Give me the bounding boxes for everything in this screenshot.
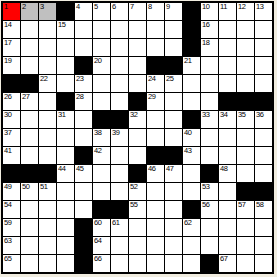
cell-r9c13[interactable] bbox=[219, 147, 236, 164]
cell-r6c6[interactable] bbox=[93, 93, 110, 110]
cell-r3c15[interactable] bbox=[255, 39, 272, 56]
clue-number: 58 bbox=[256, 201, 264, 209]
cell-r4c7[interactable] bbox=[111, 57, 128, 74]
cell-r4c6[interactable]: 20 bbox=[93, 57, 110, 74]
cell-r11c9[interactable] bbox=[147, 183, 164, 200]
cell-r2c3[interactable] bbox=[39, 21, 56, 38]
cell-r11c2[interactable]: 50 bbox=[21, 183, 38, 200]
clue-number: 60 bbox=[94, 219, 102, 227]
cell-r11c11[interactable] bbox=[183, 183, 200, 200]
cell-r1c14[interactable]: 12 bbox=[237, 3, 254, 20]
clue-number: 24 bbox=[148, 75, 156, 83]
cell-r1c13[interactable]: 11 bbox=[219, 3, 236, 20]
cell-r12c1[interactable]: 54 bbox=[3, 201, 20, 218]
clue-number: 44 bbox=[58, 165, 66, 173]
crossword-page: 1234567891011121314151617181920212223242… bbox=[0, 0, 277, 277]
clue-number: 22 bbox=[40, 75, 48, 83]
cell-r2c12[interactable]: 16 bbox=[201, 21, 218, 38]
clue-number: 38 bbox=[94, 129, 102, 137]
clue-number: 4 bbox=[76, 3, 80, 11]
cell-r11c7[interactable] bbox=[111, 183, 128, 200]
cell-r1c1[interactable]: 1 bbox=[3, 3, 20, 20]
clue-number: 43 bbox=[184, 147, 192, 155]
cell-r5c15[interactable] bbox=[255, 75, 272, 92]
cell-r8c5[interactable] bbox=[75, 129, 92, 146]
block-cell-r2c11 bbox=[183, 21, 200, 38]
clue-number: 35 bbox=[238, 111, 246, 119]
cell-r3c4[interactable] bbox=[57, 39, 74, 56]
cell-r15c10[interactable] bbox=[165, 255, 182, 272]
cell-r7c15[interactable]: 36 bbox=[255, 111, 272, 128]
cell-r2c8[interactable] bbox=[129, 21, 146, 38]
cell-r9c3[interactable] bbox=[39, 147, 56, 164]
cell-r10c15[interactable] bbox=[255, 165, 272, 182]
clue-number: 61 bbox=[112, 219, 120, 227]
cell-r8c9[interactable] bbox=[147, 129, 164, 146]
cell-r6c12[interactable] bbox=[201, 93, 218, 110]
cell-r2c13[interactable] bbox=[219, 21, 236, 38]
cell-r7c2[interactable] bbox=[21, 111, 38, 128]
block-cell-r7c7 bbox=[111, 111, 128, 128]
cell-r4c4[interactable] bbox=[57, 57, 74, 74]
cell-r13c7[interactable]: 61 bbox=[111, 219, 128, 236]
cell-r5c8[interactable] bbox=[129, 75, 146, 92]
block-cell-r10c1 bbox=[3, 165, 20, 182]
cell-r8c4[interactable] bbox=[57, 129, 74, 146]
clue-number: 59 bbox=[4, 219, 12, 227]
cell-r15c2[interactable] bbox=[21, 255, 38, 272]
cell-r10c10[interactable]: 47 bbox=[165, 165, 182, 182]
cell-r15c4[interactable] bbox=[57, 255, 74, 272]
cell-r14c8[interactable] bbox=[129, 237, 146, 254]
block-cell-r4c10 bbox=[165, 57, 182, 74]
cell-r11c4[interactable] bbox=[57, 183, 74, 200]
cell-r4c13[interactable] bbox=[219, 57, 236, 74]
block-cell-r10c2 bbox=[21, 165, 38, 182]
clue-number: 65 bbox=[4, 255, 12, 263]
cell-r7c9[interactable] bbox=[147, 111, 164, 128]
clue-number: 23 bbox=[76, 75, 84, 83]
cell-r12c5[interactable] bbox=[75, 201, 92, 218]
clue-number: 33 bbox=[202, 111, 210, 119]
cell-r8c6[interactable]: 38 bbox=[93, 129, 110, 146]
block-cell-r6c14 bbox=[237, 93, 254, 110]
cell-r14c6[interactable]: 64 bbox=[93, 237, 110, 254]
clue-number: 46 bbox=[148, 165, 156, 173]
clue-number: 26 bbox=[4, 93, 12, 101]
cell-r13c12[interactable] bbox=[201, 219, 218, 236]
block-cell-r12c6 bbox=[93, 201, 110, 218]
cell-r4c8[interactable] bbox=[129, 57, 146, 74]
cell-r6c9[interactable]: 29 bbox=[147, 93, 164, 110]
block-cell-r1c11 bbox=[183, 3, 200, 20]
clue-number: 51 bbox=[40, 183, 48, 191]
cell-r2c5[interactable] bbox=[75, 21, 92, 38]
cell-r7c14[interactable]: 35 bbox=[237, 111, 254, 128]
block-cell-r11c14 bbox=[237, 183, 254, 200]
cell-r11c5[interactable] bbox=[75, 183, 92, 200]
cell-r8c2[interactable] bbox=[21, 129, 38, 146]
clue-number: 53 bbox=[202, 183, 210, 191]
clue-number: 48 bbox=[220, 165, 228, 173]
cell-r3c1[interactable]: 17 bbox=[3, 39, 20, 56]
cell-r12c8[interactable]: 55 bbox=[129, 201, 146, 218]
cell-r2c7[interactable] bbox=[111, 21, 128, 38]
cell-r2c2[interactable] bbox=[21, 21, 38, 38]
block-cell-r12c7 bbox=[111, 201, 128, 218]
cell-r12c12[interactable]: 56 bbox=[201, 201, 218, 218]
cell-r8c10[interactable] bbox=[165, 129, 182, 146]
block-cell-r15c5 bbox=[75, 255, 92, 272]
cell-r13c2[interactable] bbox=[21, 219, 38, 236]
cell-r5c9[interactable]: 24 bbox=[147, 75, 164, 92]
clue-number: 17 bbox=[4, 39, 12, 47]
clue-number: 1 bbox=[4, 3, 8, 11]
clue-number: 47 bbox=[166, 165, 174, 173]
block-cell-r10c12 bbox=[201, 165, 218, 182]
cell-r9c12[interactable] bbox=[201, 147, 218, 164]
cell-r5c14[interactable] bbox=[237, 75, 254, 92]
block-cell-r6c13 bbox=[219, 93, 236, 110]
clue-number: 37 bbox=[4, 129, 12, 137]
cell-r4c14[interactable] bbox=[237, 57, 254, 74]
cell-r14c9[interactable] bbox=[147, 237, 164, 254]
cell-r8c11[interactable]: 40 bbox=[183, 129, 200, 146]
cell-r4c12[interactable] bbox=[201, 57, 218, 74]
cell-r9c11[interactable]: 43 bbox=[183, 147, 200, 164]
clue-number: 13 bbox=[256, 3, 264, 11]
clue-number: 40 bbox=[184, 129, 192, 137]
clue-number: 56 bbox=[202, 201, 210, 209]
cell-r1c7[interactable]: 6 bbox=[111, 3, 128, 20]
cell-r9c8[interactable] bbox=[129, 147, 146, 164]
block-cell-r1c4 bbox=[57, 3, 74, 20]
cell-r3c2[interactable] bbox=[21, 39, 38, 56]
cell-r11c8[interactable]: 52 bbox=[129, 183, 146, 200]
cell-r14c10[interactable] bbox=[165, 237, 182, 254]
cell-r10c5[interactable]: 45 bbox=[75, 165, 92, 182]
cell-r4c3[interactable] bbox=[39, 57, 56, 74]
cell-r14c7[interactable] bbox=[111, 237, 128, 254]
cell-r5c5[interactable]: 23 bbox=[75, 75, 92, 92]
block-cell-r9c5 bbox=[75, 147, 92, 164]
cell-r7c10[interactable] bbox=[165, 111, 182, 128]
cell-r1c8[interactable]: 7 bbox=[129, 3, 146, 20]
cell-r4c11[interactable]: 21 bbox=[183, 57, 200, 74]
cell-r14c11[interactable] bbox=[183, 237, 200, 254]
clue-number: 18 bbox=[202, 39, 210, 47]
clue-number: 9 bbox=[166, 3, 170, 11]
cell-r12c4[interactable] bbox=[57, 201, 74, 218]
block-cell-r6c15 bbox=[255, 93, 272, 110]
clue-number: 66 bbox=[94, 255, 102, 263]
clue-number: 27 bbox=[22, 93, 30, 101]
cell-r2c10[interactable] bbox=[165, 21, 182, 38]
cell-r5c13[interactable] bbox=[219, 75, 236, 92]
cell-r14c2[interactable] bbox=[21, 237, 38, 254]
cell-r11c13[interactable] bbox=[219, 183, 236, 200]
cell-r13c10[interactable] bbox=[165, 219, 182, 236]
clue-number: 2 bbox=[22, 3, 26, 11]
block-cell-r15c12 bbox=[201, 255, 218, 272]
clue-number: 42 bbox=[94, 147, 102, 155]
cell-r6c11[interactable] bbox=[183, 93, 200, 110]
cell-r3c7[interactable] bbox=[111, 39, 128, 56]
block-cell-r14c5 bbox=[75, 237, 92, 254]
cell-r6c10[interactable] bbox=[165, 93, 182, 110]
block-cell-r4c9 bbox=[147, 57, 164, 74]
cell-r4c15[interactable] bbox=[255, 57, 272, 74]
clue-number: 7 bbox=[130, 3, 134, 11]
clue-number: 49 bbox=[4, 183, 12, 191]
cell-r3c9[interactable] bbox=[147, 39, 164, 56]
cell-r15c8[interactable] bbox=[129, 255, 146, 272]
cell-r10c11[interactable] bbox=[183, 165, 200, 182]
clue-number: 63 bbox=[4, 237, 12, 245]
cell-r9c6[interactable]: 42 bbox=[93, 147, 110, 164]
cell-r3c5[interactable] bbox=[75, 39, 92, 56]
cell-r8c1[interactable]: 37 bbox=[3, 129, 20, 146]
clue-number: 3 bbox=[40, 3, 44, 11]
clue-number: 16 bbox=[202, 21, 210, 29]
cell-r8c8[interactable] bbox=[129, 129, 146, 146]
clue-number: 45 bbox=[76, 165, 84, 173]
cell-r8c13[interactable] bbox=[219, 129, 236, 146]
clue-number: 6 bbox=[112, 3, 116, 11]
cell-r10c14[interactable] bbox=[237, 165, 254, 182]
cell-r1c3[interactable]: 3 bbox=[39, 3, 56, 20]
cell-r13c3[interactable] bbox=[39, 219, 56, 236]
cell-r5c11[interactable] bbox=[183, 75, 200, 92]
cell-r1c5[interactable]: 4 bbox=[75, 3, 92, 20]
cell-r12c15[interactable]: 58 bbox=[255, 201, 272, 218]
clue-number: 54 bbox=[4, 201, 12, 209]
cell-r12c13[interactable] bbox=[219, 201, 236, 218]
cell-r11c1[interactable]: 49 bbox=[3, 183, 20, 200]
cell-r3c10[interactable] bbox=[165, 39, 182, 56]
block-cell-r10c8 bbox=[129, 165, 146, 182]
crossword-board: 1234567891011121314151617181920212223242… bbox=[1, 1, 274, 274]
cell-r9c4[interactable] bbox=[57, 147, 74, 164]
clue-number: 21 bbox=[184, 57, 192, 65]
cell-r7c8[interactable]: 32 bbox=[129, 111, 146, 128]
block-cell-r7c6 bbox=[93, 111, 110, 128]
clue-number: 10 bbox=[202, 3, 210, 11]
cell-r3c14[interactable] bbox=[237, 39, 254, 56]
cell-r2c15[interactable] bbox=[255, 21, 272, 38]
cell-r7c4[interactable]: 31 bbox=[57, 111, 74, 128]
cell-r7c1[interactable]: 30 bbox=[3, 111, 20, 128]
cell-r2c6[interactable] bbox=[93, 21, 110, 38]
cell-r7c12[interactable]: 33 bbox=[201, 111, 218, 128]
cell-r15c1[interactable]: 65 bbox=[3, 255, 20, 272]
clue-number: 29 bbox=[148, 93, 156, 101]
cell-r14c4[interactable] bbox=[57, 237, 74, 254]
cell-r15c7[interactable] bbox=[111, 255, 128, 272]
cell-r12c14[interactable]: 57 bbox=[237, 201, 254, 218]
clue-number: 52 bbox=[130, 183, 138, 191]
cell-r1c2[interactable]: 2 bbox=[21, 3, 38, 20]
clue-number: 31 bbox=[58, 111, 66, 119]
cell-r13c14[interactable] bbox=[237, 219, 254, 236]
clue-number: 8 bbox=[148, 3, 152, 11]
block-cell-r11c15 bbox=[255, 183, 272, 200]
clue-number: 67 bbox=[220, 255, 228, 263]
cell-r14c1[interactable]: 63 bbox=[3, 237, 20, 254]
cell-r11c10[interactable] bbox=[165, 183, 182, 200]
cell-r10c13[interactable]: 48 bbox=[219, 165, 236, 182]
cell-r13c9[interactable] bbox=[147, 219, 164, 236]
clue-number: 12 bbox=[238, 3, 246, 11]
cell-r8c3[interactable] bbox=[39, 129, 56, 146]
cell-r5c7[interactable] bbox=[111, 75, 128, 92]
cell-r1c9[interactable]: 8 bbox=[147, 3, 164, 20]
cell-r2c14[interactable] bbox=[237, 21, 254, 38]
cell-r15c9[interactable] bbox=[147, 255, 164, 272]
cell-r14c3[interactable] bbox=[39, 237, 56, 254]
block-cell-r9c9 bbox=[147, 147, 164, 164]
cell-r6c3[interactable] bbox=[39, 93, 56, 110]
cell-r15c14[interactable] bbox=[237, 255, 254, 272]
clue-number: 64 bbox=[94, 237, 102, 245]
cell-r5c6[interactable] bbox=[93, 75, 110, 92]
cell-r8c7[interactable]: 39 bbox=[111, 129, 128, 146]
cell-r13c8[interactable] bbox=[129, 219, 146, 236]
cell-r15c13[interactable]: 67 bbox=[219, 255, 236, 272]
cell-r4c1[interactable]: 19 bbox=[3, 57, 20, 74]
cell-r12c2[interactable] bbox=[21, 201, 38, 218]
cell-r2c4[interactable]: 15 bbox=[57, 21, 74, 38]
cell-r10c4[interactable]: 44 bbox=[57, 165, 74, 182]
clue-number: 20 bbox=[94, 57, 102, 65]
clue-number: 25 bbox=[166, 75, 174, 83]
block-cell-r3c11 bbox=[183, 39, 200, 56]
cell-r5c10[interactable]: 25 bbox=[165, 75, 182, 92]
clue-number: 34 bbox=[220, 111, 228, 119]
cell-r3c12[interactable]: 18 bbox=[201, 39, 218, 56]
cell-r7c13[interactable]: 34 bbox=[219, 111, 236, 128]
cell-r13c4[interactable] bbox=[57, 219, 74, 236]
cell-r13c15[interactable] bbox=[255, 219, 272, 236]
block-cell-r7c11 bbox=[183, 111, 200, 128]
cell-r12c9[interactable] bbox=[147, 201, 164, 218]
cell-r2c1[interactable]: 14 bbox=[3, 21, 20, 38]
cell-r3c6[interactable] bbox=[93, 39, 110, 56]
cell-r15c11[interactable] bbox=[183, 255, 200, 272]
cell-r12c10[interactable] bbox=[165, 201, 182, 218]
clue-number: 28 bbox=[76, 93, 84, 101]
block-cell-r9c10 bbox=[165, 147, 182, 164]
cell-r1c15[interactable]: 13 bbox=[255, 3, 272, 20]
cell-r6c7[interactable] bbox=[111, 93, 128, 110]
clue-number: 55 bbox=[130, 201, 138, 209]
cell-r15c6[interactable]: 66 bbox=[93, 255, 110, 272]
cell-r11c12[interactable]: 53 bbox=[201, 183, 218, 200]
cell-r5c4[interactable] bbox=[57, 75, 74, 92]
cell-r2c9[interactable] bbox=[147, 21, 164, 38]
block-cell-r6c4 bbox=[57, 93, 74, 110]
clue-number: 14 bbox=[4, 21, 12, 29]
cell-r5c3[interactable]: 22 bbox=[39, 75, 56, 92]
clue-number: 19 bbox=[4, 57, 12, 65]
clue-number: 57 bbox=[238, 201, 246, 209]
cell-r13c11[interactable]: 62 bbox=[183, 219, 200, 236]
clue-number: 30 bbox=[4, 111, 12, 119]
cell-r7c3[interactable] bbox=[39, 111, 56, 128]
cell-r1c6[interactable]: 5 bbox=[93, 3, 110, 20]
cell-r7c5[interactable] bbox=[75, 111, 92, 128]
cell-r6c2[interactable]: 27 bbox=[21, 93, 38, 110]
cell-r13c13[interactable] bbox=[219, 219, 236, 236]
clue-number: 41 bbox=[4, 147, 12, 155]
cell-r11c3[interactable]: 51 bbox=[39, 183, 56, 200]
clue-number: 62 bbox=[184, 219, 192, 227]
clue-number: 5 bbox=[94, 3, 98, 11]
cell-r9c2[interactable] bbox=[21, 147, 38, 164]
block-cell-r5c2 bbox=[21, 75, 38, 92]
cell-r9c14[interactable] bbox=[237, 147, 254, 164]
cell-r6c5[interactable]: 28 bbox=[75, 93, 92, 110]
cell-r3c3[interactable] bbox=[39, 39, 56, 56]
block-cell-r12c11 bbox=[183, 201, 200, 218]
block-cell-r5c1 bbox=[3, 75, 20, 92]
cell-r1c12[interactable]: 10 bbox=[201, 3, 218, 20]
cell-r14c13[interactable] bbox=[219, 237, 236, 254]
clue-number: 32 bbox=[130, 111, 138, 119]
cell-r3c8[interactable] bbox=[129, 39, 146, 56]
cell-r5c12[interactable] bbox=[201, 75, 218, 92]
cell-r15c15[interactable] bbox=[255, 255, 272, 272]
cell-r8c12[interactable] bbox=[201, 129, 218, 146]
clue-number: 36 bbox=[256, 111, 264, 119]
clue-number: 15 bbox=[58, 21, 66, 29]
cell-r14c14[interactable] bbox=[237, 237, 254, 254]
block-cell-r10c3 bbox=[39, 165, 56, 182]
cell-r10c7[interactable] bbox=[111, 165, 128, 182]
block-cell-r13c5 bbox=[75, 219, 92, 236]
clue-number: 50 bbox=[22, 183, 30, 191]
cell-r13c1[interactable]: 59 bbox=[3, 219, 20, 236]
cell-r11c6[interactable] bbox=[93, 183, 110, 200]
block-cell-r4c5 bbox=[75, 57, 92, 74]
cell-r8c15[interactable] bbox=[255, 129, 272, 146]
clue-number: 39 bbox=[112, 129, 120, 137]
cell-r4c2[interactable] bbox=[21, 57, 38, 74]
cell-r15c3[interactable] bbox=[39, 255, 56, 272]
cell-r14c15[interactable] bbox=[255, 237, 272, 254]
cell-r6c1[interactable]: 26 bbox=[3, 93, 20, 110]
cell-r10c6[interactable] bbox=[93, 165, 110, 182]
cell-r13c6[interactable]: 60 bbox=[93, 219, 110, 236]
cell-r9c15[interactable] bbox=[255, 147, 272, 164]
clue-number: 11 bbox=[220, 3, 227, 11]
cell-r12c3[interactable] bbox=[39, 201, 56, 218]
cell-r14c12[interactable] bbox=[201, 237, 218, 254]
block-cell-r6c8 bbox=[129, 93, 146, 110]
cell-r9c1[interactable]: 41 bbox=[3, 147, 20, 164]
cell-r10c9[interactable]: 46 bbox=[147, 165, 164, 182]
cell-r8c14[interactable] bbox=[237, 129, 254, 146]
cell-r3c13[interactable] bbox=[219, 39, 236, 56]
cell-r9c7[interactable] bbox=[111, 147, 128, 164]
cell-r1c10[interactable]: 9 bbox=[165, 3, 182, 20]
